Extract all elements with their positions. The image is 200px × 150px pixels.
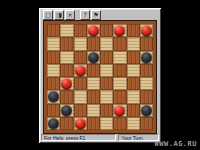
board-square[interactable] xyxy=(127,117,140,130)
watermark-text: WWW.AG.RU xyxy=(155,140,197,148)
board-square[interactable] xyxy=(60,24,73,37)
board-square[interactable] xyxy=(127,104,140,117)
board-square[interactable] xyxy=(60,51,73,64)
board-square[interactable] xyxy=(140,117,153,130)
board-square[interactable] xyxy=(74,51,87,64)
board-square[interactable] xyxy=(100,104,113,117)
black-piece[interactable] xyxy=(141,52,152,63)
board-square[interactable] xyxy=(100,51,113,64)
board-square[interactable] xyxy=(74,37,87,50)
board-square[interactable] xyxy=(100,117,113,130)
hint-button[interactable]: ? xyxy=(80,10,90,20)
red-piece[interactable] xyxy=(75,65,86,76)
board-square[interactable] xyxy=(113,77,126,90)
board-square[interactable] xyxy=(100,37,113,50)
open-game-button[interactable]: ◨ xyxy=(54,10,64,20)
board-square[interactable] xyxy=(87,24,100,37)
board-frame xyxy=(44,21,156,133)
black-piece[interactable] xyxy=(141,105,152,116)
board-square[interactable] xyxy=(100,64,113,77)
board-square[interactable] xyxy=(113,90,126,103)
status-turn-indicator: Your Turn xyxy=(118,134,159,141)
board-square[interactable] xyxy=(140,51,153,64)
board-square[interactable] xyxy=(87,90,100,103)
red-piece[interactable] xyxy=(61,78,72,89)
red-piece[interactable] xyxy=(114,105,125,116)
delete-button[interactable]: × xyxy=(65,10,75,20)
board-square[interactable] xyxy=(47,77,60,90)
board-square[interactable] xyxy=(100,90,113,103)
board-square[interactable] xyxy=(87,77,100,90)
board-square[interactable] xyxy=(60,117,73,130)
status-bar: For Help, press F1 Your Turn xyxy=(39,133,161,143)
red-piece[interactable] xyxy=(88,25,99,36)
red-piece[interactable] xyxy=(141,25,152,36)
board-square[interactable] xyxy=(47,24,60,37)
board-square[interactable] xyxy=(60,64,73,77)
board-square[interactable] xyxy=(60,77,73,90)
board-square[interactable] xyxy=(140,24,153,37)
board-square[interactable] xyxy=(74,77,87,90)
board-grid xyxy=(47,24,153,130)
board-square[interactable] xyxy=(127,37,140,50)
board-square[interactable] xyxy=(47,64,60,77)
board-square[interactable] xyxy=(60,37,73,50)
board-square[interactable] xyxy=(113,51,126,64)
board-square[interactable] xyxy=(60,90,73,103)
toolbar: □◨×?⚑ xyxy=(39,8,161,21)
board-square[interactable] xyxy=(113,104,126,117)
board-square[interactable] xyxy=(74,64,87,77)
board-square[interactable] xyxy=(74,104,87,117)
board-square[interactable] xyxy=(113,64,126,77)
board-square[interactable] xyxy=(140,90,153,103)
board-square[interactable] xyxy=(87,104,100,117)
board-square[interactable] xyxy=(140,37,153,50)
board-square[interactable] xyxy=(127,51,140,64)
board-square[interactable] xyxy=(74,90,87,103)
black-piece[interactable] xyxy=(48,118,59,129)
board-square[interactable] xyxy=(140,104,153,117)
board-square[interactable] xyxy=(87,117,100,130)
board-square[interactable] xyxy=(47,90,60,103)
status-help-text: For Help, press F1 xyxy=(41,134,116,141)
board-square[interactable] xyxy=(100,77,113,90)
checkers-window: □◨×?⚑ For Help, press F1 Your Turn xyxy=(39,8,161,143)
board-square[interactable] xyxy=(127,77,140,90)
new-game-button[interactable]: □ xyxy=(43,10,53,20)
red-piece[interactable] xyxy=(114,25,125,36)
board-square[interactable] xyxy=(100,24,113,37)
board-square[interactable] xyxy=(87,37,100,50)
board-square[interactable] xyxy=(47,37,60,50)
board-square[interactable] xyxy=(140,77,153,90)
board-square[interactable] xyxy=(113,117,126,130)
board-square[interactable] xyxy=(74,117,87,130)
board-square[interactable] xyxy=(113,24,126,37)
board-square[interactable] xyxy=(87,51,100,64)
board-square[interactable] xyxy=(127,90,140,103)
board-square[interactable] xyxy=(113,37,126,50)
board-square[interactable] xyxy=(74,24,87,37)
red-piece[interactable] xyxy=(75,118,86,129)
board-square[interactable] xyxy=(47,51,60,64)
help-button[interactable]: ⚑ xyxy=(91,10,101,20)
board-square[interactable] xyxy=(60,104,73,117)
black-piece[interactable] xyxy=(48,91,59,102)
board-square[interactable] xyxy=(47,117,60,130)
board-square[interactable] xyxy=(127,24,140,37)
board-square[interactable] xyxy=(140,64,153,77)
board-square[interactable] xyxy=(127,64,140,77)
black-piece[interactable] xyxy=(88,52,99,63)
board-square[interactable] xyxy=(47,104,60,117)
black-piece[interactable] xyxy=(61,105,72,116)
board-square[interactable] xyxy=(87,64,100,77)
